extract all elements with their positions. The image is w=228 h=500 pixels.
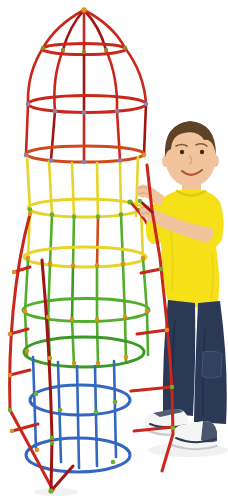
left-fin (10, 214, 73, 491)
left-eye (180, 150, 184, 154)
right-eye (200, 150, 204, 154)
body-ring-4 (28, 199, 142, 217)
cargo-pocket (202, 351, 222, 378)
product-photo (0, 0, 228, 500)
body-ring-2 (28, 96, 146, 113)
right-ear (212, 155, 219, 167)
vertical-straws-yellow (27, 156, 138, 217)
nose-cone (28, 10, 146, 113)
rocket-tower (8, 7, 155, 493)
rocket-straw-tower-scene (0, 0, 228, 500)
shirt-torso (161, 189, 224, 308)
floor-shadow (34, 443, 228, 496)
left-ear (162, 155, 169, 167)
body-ring-6 (23, 299, 149, 322)
boy-figure (137, 121, 227, 451)
